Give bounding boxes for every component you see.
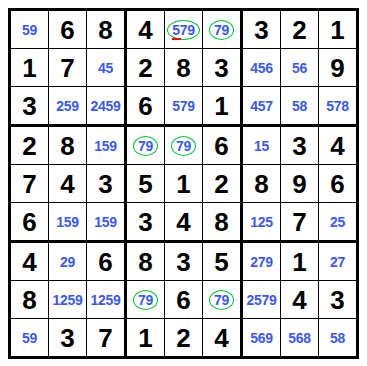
candidate-digits: 27 bbox=[330, 255, 345, 269]
candidate-digits: 568 bbox=[288, 331, 310, 345]
candidate-digits: 159 bbox=[94, 215, 116, 229]
cell-r3c9[interactable]: 578 bbox=[319, 87, 356, 127]
cell-r6c3[interactable]: 159 bbox=[87, 203, 127, 243]
candidate-digits: 578 bbox=[326, 99, 348, 113]
solved-digit: 5 bbox=[138, 171, 152, 197]
candidate-digits: 457 bbox=[250, 99, 272, 113]
candidate-digits: 58 bbox=[292, 99, 307, 113]
solved-digit: 2 bbox=[292, 17, 306, 43]
candidate-digits: 59 bbox=[22, 331, 37, 345]
solved-digit: 3 bbox=[254, 17, 268, 43]
cell-r1c5[interactable]: 579 bbox=[165, 11, 203, 49]
solved-digit: 7 bbox=[98, 325, 112, 351]
solved-digit: 8 bbox=[60, 133, 74, 159]
cell-r1c7[interactable]: 3 bbox=[243, 11, 281, 49]
cell-r2c6[interactable]: 3 bbox=[203, 49, 243, 87]
cell-r5c8[interactable]: 9 bbox=[281, 165, 319, 203]
cell-r4c1[interactable]: 2 bbox=[11, 127, 49, 165]
candidate-digits: 79 bbox=[138, 293, 153, 307]
solved-digit: 3 bbox=[214, 55, 228, 81]
cell-r8c9[interactable]: 3 bbox=[319, 281, 356, 319]
cell-r9c2[interactable]: 3 bbox=[49, 319, 87, 356]
cell-r3c1[interactable]: 3 bbox=[11, 87, 49, 127]
cell-r9c8[interactable]: 568 bbox=[281, 319, 319, 356]
cell-r8c6[interactable]: 79 bbox=[203, 281, 243, 319]
solved-digit: 2 bbox=[22, 133, 36, 159]
cell-r5c5[interactable]: 1 bbox=[165, 165, 203, 203]
candidate-digits: 159 bbox=[94, 139, 116, 153]
cell-r9c3[interactable]: 7 bbox=[87, 319, 127, 356]
solved-digit: 1 bbox=[176, 171, 190, 197]
cell-r8c8[interactable]: 4 bbox=[281, 281, 319, 319]
solved-digit: 4 bbox=[176, 209, 190, 235]
solved-digit: 6 bbox=[138, 93, 152, 119]
green-circle-highlight: 79 bbox=[133, 136, 158, 156]
cell-r1c8[interactable]: 2 bbox=[281, 11, 319, 49]
candidate-digits: 259 bbox=[56, 99, 78, 113]
cell-r6c8[interactable]: 7 bbox=[281, 203, 319, 243]
solved-digit: 1 bbox=[138, 325, 152, 351]
cell-r5c3[interactable]: 3 bbox=[87, 165, 127, 203]
candidate-digits: 59 bbox=[22, 23, 37, 37]
solved-digit: 6 bbox=[60, 17, 74, 43]
cell-r4c5[interactable]: 79 bbox=[165, 127, 203, 165]
cell-r6c1[interactable]: 6 bbox=[11, 203, 49, 243]
cell-r7c4[interactable]: 8 bbox=[127, 243, 165, 281]
cell-r9c6[interactable]: 4 bbox=[203, 319, 243, 356]
green-circle-highlight: 79 bbox=[209, 20, 234, 40]
solved-digit: 6 bbox=[22, 209, 36, 235]
solved-digit: 5 bbox=[214, 249, 228, 275]
cell-r2c1[interactable]: 1 bbox=[11, 49, 49, 87]
candidate-digits: 25 bbox=[330, 215, 345, 229]
candidate-digits: 79 bbox=[214, 23, 229, 37]
cell-r6c4[interactable]: 3 bbox=[127, 203, 165, 243]
cell-r5c2[interactable]: 4 bbox=[49, 165, 87, 203]
cell-r1c6[interactable]: 79 bbox=[203, 11, 243, 49]
cell-r7c3[interactable]: 6 bbox=[87, 243, 127, 281]
cell-r4c4[interactable]: 79 bbox=[127, 127, 165, 165]
cell-r3c5[interactable]: 579 bbox=[165, 87, 203, 127]
cell-r2c8[interactable]: 56 bbox=[281, 49, 319, 87]
cell-r2c2[interactable]: 7 bbox=[49, 49, 87, 87]
cell-r6c9[interactable]: 25 bbox=[319, 203, 356, 243]
solved-digit: 4 bbox=[214, 325, 228, 351]
cell-r8c5[interactable]: 6 bbox=[165, 281, 203, 319]
cell-r4c8[interactable]: 3 bbox=[281, 127, 319, 165]
solved-digit: 6 bbox=[330, 171, 344, 197]
cell-r3c4[interactable]: 6 bbox=[127, 87, 165, 127]
candidate-digits: 79 bbox=[214, 293, 229, 307]
cell-r3c7[interactable]: 457 bbox=[243, 87, 281, 127]
cell-r8c1[interactable]: 8 bbox=[11, 281, 49, 319]
candidate-digits: 579 bbox=[172, 23, 194, 37]
solved-digit: 6 bbox=[176, 287, 190, 313]
cell-r9c7[interactable]: 569 bbox=[243, 319, 281, 356]
solved-digit: 6 bbox=[214, 133, 228, 159]
cell-r9c9[interactable]: 58 bbox=[319, 319, 356, 356]
solved-digit: 2 bbox=[138, 55, 152, 81]
candidate-digits: 2579 bbox=[247, 293, 277, 307]
cell-r7c8[interactable]: 1 bbox=[281, 243, 319, 281]
cell-r5c7[interactable]: 8 bbox=[243, 165, 281, 203]
cell-r5c1[interactable]: 7 bbox=[11, 165, 49, 203]
cell-r5c4[interactable]: 5 bbox=[127, 165, 165, 203]
solved-digit: 4 bbox=[22, 249, 36, 275]
cell-r7c5[interactable]: 3 bbox=[165, 243, 203, 281]
candidate-digits: 58 bbox=[330, 331, 345, 345]
solved-digit: 9 bbox=[292, 171, 306, 197]
candidate-digits: 125 bbox=[250, 215, 272, 229]
solved-digit: 3 bbox=[176, 249, 190, 275]
solved-digit: 8 bbox=[176, 55, 190, 81]
cell-r7c6[interactable]: 5 bbox=[203, 243, 243, 281]
solved-digit: 7 bbox=[292, 209, 306, 235]
candidate-digits: 29 bbox=[60, 255, 75, 269]
solved-digit: 1 bbox=[330, 17, 344, 43]
cell-r6c7[interactable]: 125 bbox=[243, 203, 281, 243]
cell-r3c6[interactable]: 1 bbox=[203, 87, 243, 127]
candidate-digits: 79 bbox=[176, 139, 191, 153]
solved-digit: 3 bbox=[330, 287, 344, 313]
candidate-digits: 1259 bbox=[91, 293, 121, 307]
cell-r2c3[interactable]: 45 bbox=[87, 49, 127, 87]
cell-r3c2[interactable]: 259 bbox=[49, 87, 87, 127]
cell-r7c1[interactable]: 4 bbox=[11, 243, 49, 281]
green-circle-highlight: 79 bbox=[133, 290, 158, 310]
solved-digit: 7 bbox=[22, 171, 36, 197]
candidate-digits: 2459 bbox=[91, 99, 121, 113]
sudoku-board: 5968457979321174528345656932592459657914… bbox=[8, 8, 359, 359]
solved-digit: 8 bbox=[22, 287, 36, 313]
candidate-digits: 79 bbox=[138, 139, 153, 153]
solved-digit: 1 bbox=[22, 55, 36, 81]
candidate-digits: 45 bbox=[98, 61, 113, 75]
candidate-digits: 15 bbox=[254, 139, 269, 153]
solved-digit: 4 bbox=[330, 133, 344, 159]
solved-digit: 2 bbox=[176, 325, 190, 351]
cell-r8c2[interactable]: 1259 bbox=[49, 281, 87, 319]
cell-r6c2[interactable]: 159 bbox=[49, 203, 87, 243]
solved-digit: 8 bbox=[254, 171, 268, 197]
cell-r1c2[interactable]: 6 bbox=[49, 11, 87, 49]
red-underline-mark bbox=[172, 38, 181, 40]
cell-r4c2[interactable]: 8 bbox=[49, 127, 87, 165]
solved-digit: 2 bbox=[214, 171, 228, 197]
solved-digit: 7 bbox=[60, 55, 74, 81]
cell-r2c7[interactable]: 456 bbox=[243, 49, 281, 87]
cell-r2c9[interactable]: 9 bbox=[319, 49, 356, 87]
cell-r2c4[interactable]: 2 bbox=[127, 49, 165, 87]
candidate-digits: 1259 bbox=[53, 293, 83, 307]
cell-r7c2[interactable]: 29 bbox=[49, 243, 87, 281]
solved-digit: 4 bbox=[138, 17, 152, 43]
solved-digit: 8 bbox=[98, 17, 112, 43]
cell-r8c7[interactable]: 2579 bbox=[243, 281, 281, 319]
cell-r6c5[interactable]: 4 bbox=[165, 203, 203, 243]
solved-digit: 9 bbox=[330, 55, 344, 81]
cell-r6c6[interactable]: 8 bbox=[203, 203, 243, 243]
candidate-digits: 279 bbox=[250, 255, 272, 269]
cell-r3c8[interactable]: 58 bbox=[281, 87, 319, 127]
solved-digit: 3 bbox=[22, 93, 36, 119]
cell-r4c6[interactable]: 6 bbox=[203, 127, 243, 165]
cell-r7c9[interactable]: 27 bbox=[319, 243, 356, 281]
cell-r9c4[interactable]: 1 bbox=[127, 319, 165, 356]
candidate-digits: 569 bbox=[250, 331, 272, 345]
cell-r3c3[interactable]: 2459 bbox=[87, 87, 127, 127]
green-circle-highlight: 79 bbox=[209, 290, 234, 310]
solved-digit: 6 bbox=[98, 249, 112, 275]
solved-digit: 3 bbox=[60, 325, 74, 351]
candidate-digits: 456 bbox=[250, 61, 272, 75]
cell-r1c1[interactable]: 59 bbox=[11, 11, 49, 49]
candidate-digits: 579 bbox=[172, 99, 194, 113]
cell-r7c7[interactable]: 279 bbox=[243, 243, 281, 281]
solved-digit: 3 bbox=[138, 209, 152, 235]
cell-r4c3[interactable]: 159 bbox=[87, 127, 127, 165]
cell-r5c6[interactable]: 2 bbox=[203, 165, 243, 203]
cell-r9c5[interactable]: 2 bbox=[165, 319, 203, 356]
cell-r8c3[interactable]: 1259 bbox=[87, 281, 127, 319]
candidate-digits: 159 bbox=[56, 215, 78, 229]
cell-r2c5[interactable]: 8 bbox=[165, 49, 203, 87]
cell-r1c4[interactable]: 4 bbox=[127, 11, 165, 49]
cell-r1c3[interactable]: 8 bbox=[87, 11, 127, 49]
solved-digit: 8 bbox=[214, 209, 228, 235]
cell-r8c4[interactable]: 79 bbox=[127, 281, 165, 319]
cell-r4c9[interactable]: 4 bbox=[319, 127, 356, 165]
cell-r9c1[interactable]: 59 bbox=[11, 319, 49, 356]
solved-digit: 1 bbox=[292, 249, 306, 275]
solved-digit: 3 bbox=[292, 133, 306, 159]
cell-r4c7[interactable]: 15 bbox=[243, 127, 281, 165]
solved-digit: 1 bbox=[214, 93, 228, 119]
cell-r5c9[interactable]: 6 bbox=[319, 165, 356, 203]
green-circle-highlight: 579 bbox=[167, 20, 199, 40]
candidate-digits: 56 bbox=[292, 61, 307, 75]
solved-digit: 4 bbox=[292, 287, 306, 313]
cell-r1c9[interactable]: 1 bbox=[319, 11, 356, 49]
solved-digit: 3 bbox=[98, 171, 112, 197]
solved-digit: 8 bbox=[138, 249, 152, 275]
solved-digit: 4 bbox=[60, 171, 74, 197]
green-circle-highlight: 79 bbox=[171, 136, 196, 156]
